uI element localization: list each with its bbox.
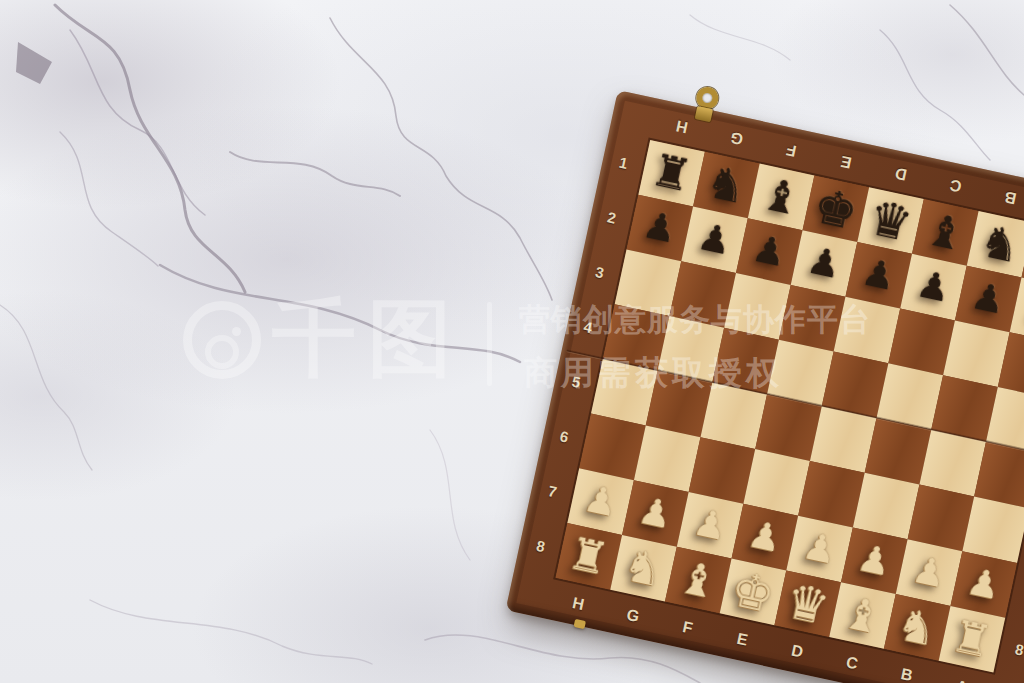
rank-label-right-8: 8: [1014, 640, 1024, 658]
rank-label-left-7: 7: [547, 482, 559, 500]
rank-label-left-2: 2: [606, 208, 618, 226]
file-label-top-b: B: [1002, 187, 1018, 207]
square-a8[interactable]: ♜: [939, 606, 1006, 673]
file-label-bottom-a: A: [954, 677, 970, 683]
file-label-top-f: F: [784, 140, 798, 160]
file-label-bottom-g: G: [625, 606, 641, 626]
file-label-top-c: C: [948, 175, 964, 195]
file-label-top-d: D: [893, 164, 909, 184]
file-label-top-g: G: [728, 128, 744, 148]
file-label-bottom-c: C: [844, 653, 860, 673]
rank-label-left-1: 1: [618, 154, 630, 172]
file-label-bottom-e: E: [735, 630, 750, 650]
file-label-top-e: E: [839, 152, 854, 172]
rank-label-left-3: 3: [594, 263, 606, 281]
board-grid: ♜♞♝♚♛♝♞♜♟♟♟♟♟♟♟♟♟♟♟♟♟♟♟♟♜♞♝♚♛♝♞♜: [556, 140, 1024, 673]
file-label-bottom-b: B: [899, 665, 915, 683]
rank-label-left-4: 4: [582, 318, 594, 336]
file-label-bottom-f: F: [681, 618, 695, 638]
rank-label-left-5: 5: [570, 373, 582, 391]
rank-label-left-8: 8: [535, 537, 547, 555]
file-label-bottom-d: D: [790, 642, 806, 662]
file-label-top-h: H: [674, 116, 690, 136]
white-rook[interactable]: ♜: [939, 606, 1006, 673]
file-label-bottom-h: H: [571, 594, 587, 614]
rank-label-left-6: 6: [558, 427, 570, 445]
photo-stage: ♜♞♝♚♛♝♞♜♟♟♟♟♟♟♟♟♟♟♟♟♟♟♟♟♜♞♝♚♛♝♞♜ HHGGFFE…: [0, 0, 1024, 683]
